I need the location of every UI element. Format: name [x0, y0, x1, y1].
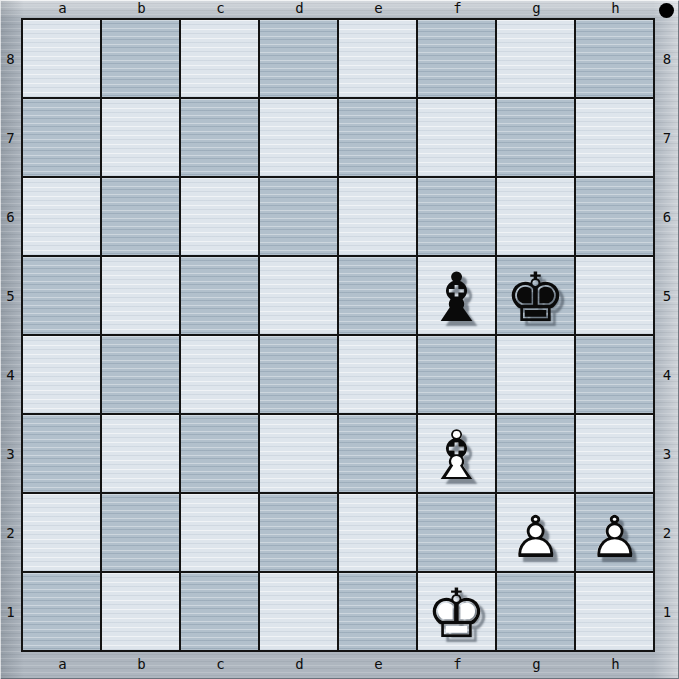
coord-label-c: c: [181, 652, 260, 679]
square-d7[interactable]: [260, 99, 337, 176]
square-a6[interactable]: [23, 178, 100, 255]
coord-label-4: 4: [655, 336, 679, 415]
square-c3[interactable]: [181, 415, 258, 492]
square-a1[interactable]: [23, 573, 100, 650]
square-g7[interactable]: [497, 99, 574, 176]
square-g2[interactable]: ♟♙: [497, 494, 574, 571]
square-f4[interactable]: [418, 336, 495, 413]
coord-label-d: d: [260, 0, 339, 18]
black-bishop-icon: ♝: [418, 257, 495, 334]
coord-label-7: 7: [655, 99, 679, 178]
coord-label-h: h: [576, 0, 655, 18]
square-g4[interactable]: [497, 336, 574, 413]
square-d2[interactable]: [260, 494, 337, 571]
square-g8[interactable]: [497, 20, 574, 97]
square-f8[interactable]: [418, 20, 495, 97]
board: ♝♚♝♗♟♙♟♙♚♔: [21, 18, 655, 652]
coord-label-5: 5: [655, 257, 679, 336]
black-to-move-indicator: [659, 3, 674, 18]
square-d6[interactable]: [260, 178, 337, 255]
square-c1[interactable]: [181, 573, 258, 650]
coord-label-a: a: [23, 0, 102, 18]
square-h8[interactable]: [576, 20, 653, 97]
square-b8[interactable]: [102, 20, 179, 97]
square-a4[interactable]: [23, 336, 100, 413]
white-bishop-icon: ♗: [418, 415, 495, 492]
square-b6[interactable]: [102, 178, 179, 255]
coord-label-6: 6: [0, 178, 21, 257]
square-h5[interactable]: [576, 257, 653, 334]
square-d4[interactable]: [260, 336, 337, 413]
coord-label-2: 2: [0, 494, 21, 573]
square-f3[interactable]: ♝♗: [418, 415, 495, 492]
coord-label-7: 7: [0, 99, 21, 178]
square-h4[interactable]: [576, 336, 653, 413]
square-g6[interactable]: [497, 178, 574, 255]
square-d5[interactable]: [260, 257, 337, 334]
square-e7[interactable]: [339, 99, 416, 176]
coord-label-c: c: [181, 0, 260, 18]
square-e8[interactable]: [339, 20, 416, 97]
coord-label-g: g: [497, 652, 576, 679]
coord-label-3: 3: [0, 415, 21, 494]
square-b4[interactable]: [102, 336, 179, 413]
square-a3[interactable]: [23, 415, 100, 492]
coord-label-8: 8: [655, 20, 679, 99]
coord-label-b: b: [102, 0, 181, 18]
square-e4[interactable]: [339, 336, 416, 413]
square-e1[interactable]: [339, 573, 416, 650]
coord-label-g: g: [497, 0, 576, 18]
square-a8[interactable]: [23, 20, 100, 97]
rank-labels-left: 87654321: [0, 20, 21, 652]
white-pawn-h2[interactable]: ♟♙: [576, 494, 653, 571]
coord-label-e: e: [339, 652, 418, 679]
white-bishop-f3[interactable]: ♝♗: [418, 415, 495, 492]
file-labels-top: abcdefgh: [23, 0, 655, 18]
square-c4[interactable]: [181, 336, 258, 413]
black-king-icon: ♚: [497, 257, 574, 334]
square-d1[interactable]: [260, 573, 337, 650]
coord-label-f: f: [418, 652, 497, 679]
square-e5[interactable]: [339, 257, 416, 334]
coord-label-8: 8: [0, 20, 21, 99]
white-pawn-g2[interactable]: ♟♙: [497, 494, 574, 571]
coord-label-5: 5: [0, 257, 21, 336]
square-d8[interactable]: [260, 20, 337, 97]
coord-label-1: 1: [0, 573, 21, 652]
square-f7[interactable]: [418, 99, 495, 176]
coord-label-2: 2: [655, 494, 679, 573]
black-king-g5[interactable]: ♚: [497, 257, 574, 334]
chessboard-frame: abcdefgh abcdefgh 87654321 87654321 ♝♚♝♗…: [0, 0, 679, 679]
coord-label-f: f: [418, 0, 497, 18]
square-g3[interactable]: [497, 415, 574, 492]
square-f6[interactable]: [418, 178, 495, 255]
square-h1[interactable]: [576, 573, 653, 650]
black-bishop-f5[interactable]: ♝: [418, 257, 495, 334]
square-f5[interactable]: ♝: [418, 257, 495, 334]
coord-label-1: 1: [655, 573, 679, 652]
file-labels-bottom: abcdefgh: [23, 652, 655, 679]
square-c7[interactable]: [181, 99, 258, 176]
square-a5[interactable]: [23, 257, 100, 334]
square-c2[interactable]: [181, 494, 258, 571]
square-h7[interactable]: [576, 99, 653, 176]
square-b1[interactable]: [102, 573, 179, 650]
coord-label-a: a: [23, 652, 102, 679]
coord-label-3: 3: [655, 415, 679, 494]
square-g1[interactable]: [497, 573, 574, 650]
square-g5[interactable]: ♚: [497, 257, 574, 334]
square-h6[interactable]: [576, 178, 653, 255]
square-b7[interactable]: [102, 99, 179, 176]
square-d3[interactable]: [260, 415, 337, 492]
square-a7[interactable]: [23, 99, 100, 176]
white-king-f1[interactable]: ♚♔: [418, 573, 495, 650]
square-h3[interactable]: [576, 415, 653, 492]
coord-label-d: d: [260, 652, 339, 679]
square-b3[interactable]: [102, 415, 179, 492]
white-pawn-icon: ♙: [497, 494, 574, 571]
square-e6[interactable]: [339, 178, 416, 255]
square-b5[interactable]: [102, 257, 179, 334]
square-c6[interactable]: [181, 178, 258, 255]
square-f1[interactable]: ♚♔: [418, 573, 495, 650]
square-a2[interactable]: [23, 494, 100, 571]
square-b2[interactable]: [102, 494, 179, 571]
coord-label-h: h: [576, 652, 655, 679]
white-pawn-icon: ♙: [576, 494, 653, 571]
square-e3[interactable]: [339, 415, 416, 492]
square-c8[interactable]: [181, 20, 258, 97]
coord-label-b: b: [102, 652, 181, 679]
square-c5[interactable]: [181, 257, 258, 334]
white-king-icon: ♔: [418, 573, 495, 650]
square-h2[interactable]: ♟♙: [576, 494, 653, 571]
square-e2[interactable]: [339, 494, 416, 571]
coord-label-6: 6: [655, 178, 679, 257]
square-f2[interactable]: [418, 494, 495, 571]
rank-labels-right: 87654321: [655, 20, 679, 652]
coord-label-4: 4: [0, 336, 21, 415]
coord-label-e: e: [339, 0, 418, 18]
